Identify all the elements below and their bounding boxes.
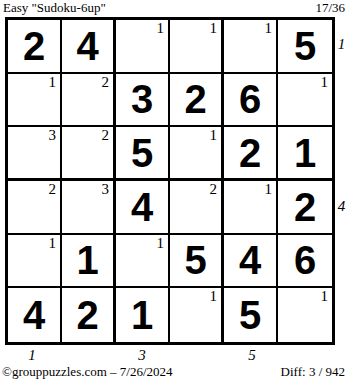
pencil-mark: 1 xyxy=(210,289,218,304)
cell-r6c2[interactable]: 2 xyxy=(62,288,116,342)
pencil-mark: 1 xyxy=(210,21,218,36)
cell-r6c3[interactable]: 1 xyxy=(116,288,170,342)
cell-r3c4[interactable]: 1 xyxy=(170,127,224,181)
cell-r4c2[interactable]: 3 xyxy=(62,181,116,235)
cell-r4c5[interactable]: 1 xyxy=(224,181,278,235)
cell-value: 2 xyxy=(23,26,45,66)
cell-r6c4[interactable]: 1 xyxy=(170,288,224,342)
cell-r1c3[interactable]: 1 xyxy=(116,20,170,74)
cell-value: 2 xyxy=(239,133,261,173)
cell-value: 4 xyxy=(131,187,153,227)
cell-r3c2[interactable]: 2 xyxy=(62,127,116,181)
cell-r6c6[interactable]: 1 xyxy=(278,288,332,342)
pencil-mark: 1 xyxy=(210,128,218,143)
cell-value: 6 xyxy=(294,240,316,280)
pencil-mark: 1 xyxy=(265,21,273,36)
cell-value: 5 xyxy=(239,295,261,335)
pencil-mark: 1 xyxy=(49,236,57,251)
pencil-mark: 1 xyxy=(49,75,57,90)
col-label-5: 5 xyxy=(245,348,259,363)
col-label-1: 1 xyxy=(25,348,39,363)
cell-r6c1[interactable]: 4 xyxy=(8,288,62,342)
cell-r5c2[interactable]: 1 xyxy=(62,235,116,289)
cell-r3c5[interactable]: 2 xyxy=(224,127,278,181)
cell-value: 5 xyxy=(184,240,206,280)
cell-value: 6 xyxy=(239,79,261,119)
page-title: Easy "Sudoku-6up" xyxy=(3,1,106,15)
cell-r2c2[interactable]: 2 xyxy=(62,74,116,128)
cell-value: 1 xyxy=(294,133,316,173)
cell-r5c5[interactable]: 4 xyxy=(224,235,278,289)
cell-value: 3 xyxy=(131,79,153,119)
cell-r4c1[interactable]: 2 xyxy=(8,181,62,235)
cell-value: 1 xyxy=(131,295,153,335)
difficulty-text: Diff: 3 / 942 xyxy=(281,364,345,379)
cell-value: 2 xyxy=(184,79,206,119)
cell-r4c4[interactable]: 2 xyxy=(170,181,224,235)
pencil-mark: 1 xyxy=(157,21,165,36)
pencil-mark: 1 xyxy=(321,289,329,304)
cell-r5c4[interactable]: 5 xyxy=(170,235,224,289)
board: 241115123261325121234212111546421151 xyxy=(5,17,335,345)
pencil-mark: 3 xyxy=(102,182,110,197)
col-label-3: 3 xyxy=(135,348,149,363)
pencil-mark: 3 xyxy=(49,128,57,143)
cell-r1c4[interactable]: 1 xyxy=(170,20,224,74)
cell-r2c5[interactable]: 6 xyxy=(224,74,278,128)
pencil-mark: 1 xyxy=(265,182,273,197)
cell-value: 4 xyxy=(76,26,98,66)
progress-counter: 17/36 xyxy=(315,1,345,15)
cell-value: 5 xyxy=(131,133,153,173)
cell-value: 2 xyxy=(294,187,316,227)
cell-r2c4[interactable]: 2 xyxy=(170,74,224,128)
cell-r1c1[interactable]: 2 xyxy=(8,20,62,74)
cell-value: 5 xyxy=(294,26,316,66)
cell-r4c6[interactable]: 2 xyxy=(278,181,332,235)
pencil-mark: 2 xyxy=(102,75,110,90)
row-label-1: 1 xyxy=(336,37,347,52)
cell-value: 1 xyxy=(76,240,98,280)
pencil-mark: 1 xyxy=(321,75,329,90)
pencil-mark: 2 xyxy=(49,182,57,197)
pencil-mark: 2 xyxy=(210,182,218,197)
cell-r2c3[interactable]: 3 xyxy=(116,74,170,128)
cell-r1c2[interactable]: 4 xyxy=(62,20,116,74)
cell-r3c1[interactable]: 3 xyxy=(8,127,62,181)
cell-value: 2 xyxy=(76,295,98,335)
cell-r5c1[interactable]: 1 xyxy=(8,235,62,289)
cell-r5c3[interactable]: 1 xyxy=(116,235,170,289)
cell-r1c5[interactable]: 1 xyxy=(224,20,278,74)
pencil-mark: 1 xyxy=(157,236,165,251)
cell-value: 4 xyxy=(239,240,261,280)
cell-r1c6[interactable]: 5 xyxy=(278,20,332,74)
cell-r4c3[interactable]: 4 xyxy=(116,181,170,235)
cell-r2c6[interactable]: 1 xyxy=(278,74,332,128)
cell-r2c1[interactable]: 1 xyxy=(8,74,62,128)
pencil-mark: 2 xyxy=(102,128,110,143)
cell-r3c6[interactable]: 1 xyxy=(278,127,332,181)
cell-r3c3[interactable]: 5 xyxy=(116,127,170,181)
cell-r6c5[interactable]: 5 xyxy=(224,288,278,342)
copyright-text: ©grouppuzzles.com – 7/26/2024 xyxy=(2,364,173,379)
row-label-4: 4 xyxy=(336,199,347,214)
cell-r5c6[interactable]: 6 xyxy=(278,235,332,289)
cell-value: 4 xyxy=(23,295,45,335)
